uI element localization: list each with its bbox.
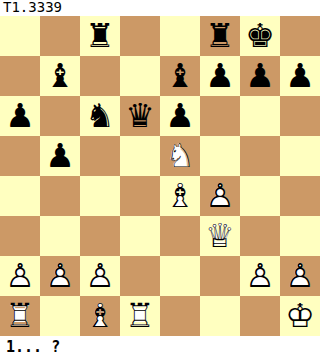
square-h6[interactable] [280, 96, 320, 136]
white-queen: ♕ [200, 216, 240, 256]
square-f3[interactable]: ♛♕ [200, 216, 240, 256]
white-rook: ♖ [0, 296, 40, 336]
square-h5[interactable] [280, 136, 320, 176]
black-bishop: ♝ [160, 56, 200, 96]
square-g7[interactable]: ♟ [240, 56, 280, 96]
square-b2[interactable]: ♟♙ [40, 256, 80, 296]
black-pawn: ♟ [240, 56, 280, 96]
square-e7[interactable]: ♝ [160, 56, 200, 96]
black-pawn: ♟ [40, 136, 80, 176]
square-h8[interactable] [280, 16, 320, 56]
square-a7[interactable] [0, 56, 40, 96]
square-e6[interactable]: ♟ [160, 96, 200, 136]
square-c2[interactable]: ♟♙ [80, 256, 120, 296]
square-g4[interactable] [240, 176, 280, 216]
square-h1[interactable]: ♚♔ [280, 296, 320, 336]
square-d2[interactable] [120, 256, 160, 296]
square-d4[interactable] [120, 176, 160, 216]
square-g3[interactable] [240, 216, 280, 256]
square-b4[interactable] [40, 176, 80, 216]
square-g2[interactable]: ♟♙ [240, 256, 280, 296]
square-g8[interactable]: ♚ [240, 16, 280, 56]
black-rook: ♜ [80, 16, 120, 56]
square-d6[interactable]: ♛ [120, 96, 160, 136]
square-h2[interactable]: ♟♙ [280, 256, 320, 296]
square-d8[interactable] [120, 16, 160, 56]
square-f7[interactable]: ♟ [200, 56, 240, 96]
square-e1[interactable] [160, 296, 200, 336]
white-rook: ♖ [120, 296, 160, 336]
square-c5[interactable] [80, 136, 120, 176]
square-c1[interactable]: ♝♗ [80, 296, 120, 336]
square-f8[interactable]: ♜ [200, 16, 240, 56]
chess-board: ♜♜♚♝♝♟♟♟♟♞♛♟♟♞♘♝♗♟♙♛♕♟♙♟♙♟♙♟♙♟♙♜♖♝♗♜♖♚♔ [0, 16, 320, 336]
square-b1[interactable] [40, 296, 80, 336]
black-knight: ♞ [80, 96, 120, 136]
square-c4[interactable] [80, 176, 120, 216]
square-c6[interactable]: ♞ [80, 96, 120, 136]
square-d5[interactable] [120, 136, 160, 176]
square-b8[interactable] [40, 16, 80, 56]
white-pawn: ♙ [240, 256, 280, 296]
square-g6[interactable] [240, 96, 280, 136]
white-bishop: ♗ [80, 296, 120, 336]
square-d3[interactable] [120, 216, 160, 256]
white-king: ♔ [280, 296, 320, 336]
square-b5[interactable]: ♟ [40, 136, 80, 176]
square-f5[interactable] [200, 136, 240, 176]
square-b6[interactable] [40, 96, 80, 136]
black-bishop: ♝ [40, 56, 80, 96]
square-f2[interactable] [200, 256, 240, 296]
black-pawn: ♟ [0, 96, 40, 136]
black-pawn: ♟ [160, 96, 200, 136]
square-d7[interactable] [120, 56, 160, 96]
square-f4[interactable]: ♟♙ [200, 176, 240, 216]
white-pawn: ♙ [80, 256, 120, 296]
square-f6[interactable] [200, 96, 240, 136]
white-bishop: ♗ [160, 176, 200, 216]
square-a4[interactable] [0, 176, 40, 216]
black-king: ♚ [240, 16, 280, 56]
square-f1[interactable] [200, 296, 240, 336]
move-prompt: 1... ? [0, 336, 320, 360]
square-h7[interactable]: ♟ [280, 56, 320, 96]
square-g5[interactable] [240, 136, 280, 176]
black-pawn: ♟ [280, 56, 320, 96]
square-c3[interactable] [80, 216, 120, 256]
square-c7[interactable] [80, 56, 120, 96]
puzzle-title: T1.3339 [0, 0, 320, 16]
square-c8[interactable]: ♜ [80, 16, 120, 56]
square-a1[interactable]: ♜♖ [0, 296, 40, 336]
black-queen: ♛ [120, 96, 160, 136]
square-d1[interactable]: ♜♖ [120, 296, 160, 336]
white-pawn: ♙ [200, 176, 240, 216]
black-rook: ♜ [200, 16, 240, 56]
square-e8[interactable] [160, 16, 200, 56]
square-e4[interactable]: ♝♗ [160, 176, 200, 216]
square-b7[interactable]: ♝ [40, 56, 80, 96]
square-h3[interactable] [280, 216, 320, 256]
square-e3[interactable] [160, 216, 200, 256]
square-b3[interactable] [40, 216, 80, 256]
white-knight: ♘ [160, 136, 200, 176]
black-pawn: ♟ [200, 56, 240, 96]
white-pawn: ♙ [0, 256, 40, 296]
square-a3[interactable] [0, 216, 40, 256]
white-pawn: ♙ [280, 256, 320, 296]
chess-puzzle-window: T1.3339 ♜♜♚♝♝♟♟♟♟♞♛♟♟♞♘♝♗♟♙♛♕♟♙♟♙♟♙♟♙♟♙♜… [0, 0, 320, 360]
square-a8[interactable] [0, 16, 40, 56]
square-e2[interactable] [160, 256, 200, 296]
white-pawn: ♙ [40, 256, 80, 296]
square-a2[interactable]: ♟♙ [0, 256, 40, 296]
square-a5[interactable] [0, 136, 40, 176]
square-h4[interactable] [280, 176, 320, 216]
square-g1[interactable] [240, 296, 280, 336]
square-e5[interactable]: ♞♘ [160, 136, 200, 176]
square-a6[interactable]: ♟ [0, 96, 40, 136]
